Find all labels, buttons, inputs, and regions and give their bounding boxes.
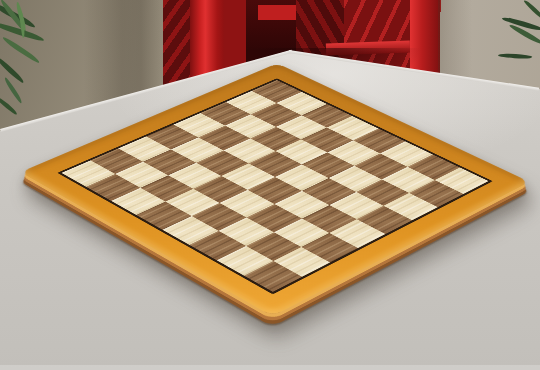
- scene: [0, 0, 540, 370]
- board-frame: [20, 63, 529, 316]
- photo-bottom-strip: [0, 365, 540, 370]
- chess-board: [61, 80, 488, 292]
- board-3d: [20, 63, 529, 316]
- board-shadow-wrap: [0, 0, 540, 370]
- board-inner-border: [57, 78, 492, 294]
